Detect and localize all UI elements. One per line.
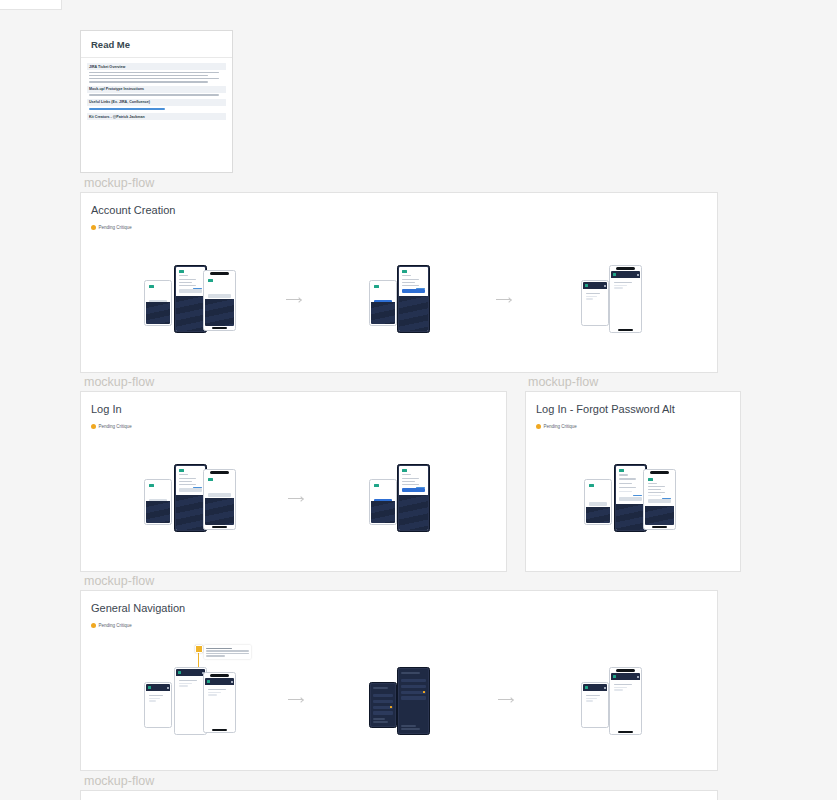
badge-label: Pending Critique (99, 623, 132, 628)
frame-general-navigation[interactable]: General Navigation Pending Critique (80, 590, 718, 771)
phone-mockup[interactable] (609, 265, 642, 333)
phone-screen (146, 282, 170, 324)
phone-statusbar (210, 471, 229, 474)
design-canvas: Read Me JIRA Ticket OverviewMock-up/ Pro… (0, 0, 837, 800)
phone-mockup[interactable] (584, 479, 612, 525)
mockup-step (144, 464, 236, 534)
flow-arrow-icon (288, 699, 303, 700)
phone-mockup[interactable] (581, 280, 609, 326)
phone-mockup[interactable] (369, 280, 397, 326)
phone-mockup[interactable] (144, 682, 172, 728)
phone-mockup[interactable] (609, 667, 642, 735)
mockup-step (369, 265, 461, 335)
phone-mockup[interactable] (369, 479, 397, 525)
phone-homebar (652, 526, 667, 528)
phone-screen (371, 282, 395, 324)
mockup-step (369, 667, 461, 737)
status-badge: Pending Critique (91, 225, 717, 230)
phone-mockup[interactable] (203, 469, 236, 530)
mockup-step (144, 667, 236, 737)
phone-mockup[interactable] (397, 464, 430, 532)
flow-arrow-icon (498, 699, 513, 700)
phone-statusbar (616, 267, 635, 270)
comment-pin-icon[interactable] (195, 645, 203, 653)
readme-section-heading: Mock-up/ Prototype Instructions (87, 86, 226, 93)
badge-label: Pending Critique (99, 225, 132, 230)
phone-screen (371, 684, 395, 726)
phone-mockup[interactable] (397, 265, 430, 333)
phone-screen (176, 267, 205, 331)
comment-text-line (206, 650, 249, 651)
partial-frame-top[interactable] (0, 0, 62, 10)
comment-author-line (206, 648, 232, 649)
phone-screen (583, 684, 607, 726)
mockup-step (369, 464, 461, 534)
phone-mockup[interactable] (203, 270, 236, 331)
status-badge: Pending Critique (91, 623, 717, 628)
phone-mockup[interactable] (144, 479, 172, 525)
phone-screen (205, 475, 234, 525)
phone-statusbar (616, 669, 635, 672)
readme-section-heading: Kit Creators - @Patrick Jackman (87, 113, 226, 120)
phone-statusbar (210, 272, 229, 275)
phone-screen (645, 475, 674, 525)
phone-mockup[interactable] (203, 672, 236, 733)
comment-tooltip[interactable] (204, 645, 251, 659)
readme-paragraph (89, 78, 224, 83)
badge-dot-icon (91, 623, 96, 628)
phone-homebar (212, 729, 227, 731)
phone-screen (399, 267, 428, 331)
badge-dot-icon (91, 225, 96, 230)
frame-title: Log In (91, 403, 506, 415)
frame-name-label[interactable]: mockup-flow (84, 774, 154, 788)
frame-title: General Navigation (91, 602, 717, 614)
comment-text-line (206, 655, 225, 656)
phone-mockup[interactable] (643, 469, 676, 530)
phone-screen (583, 282, 607, 324)
readme-section-heading: JIRA Ticket Overview (87, 63, 226, 70)
readme-paragraph (89, 72, 224, 77)
phone-mockup[interactable] (581, 682, 609, 728)
phone-screen (399, 669, 428, 733)
phone-screen (176, 466, 205, 530)
phone-screen (616, 466, 645, 530)
frame-title: Log In - Forgot Password Alt (536, 403, 740, 415)
badge-label: Pending Critique (544, 424, 577, 429)
phone-mockup[interactable] (369, 682, 397, 728)
phone-homebar (212, 526, 227, 528)
frame-name-label[interactable]: mockup-flow (84, 574, 154, 588)
phone-homebar (618, 329, 633, 331)
badge-dot-icon (91, 424, 96, 429)
mockup-step (581, 667, 673, 737)
phone-screen (399, 466, 428, 530)
phone-screen (146, 684, 170, 726)
flow-arrow-icon (288, 498, 303, 499)
phone-screen (205, 678, 234, 728)
readme-divider (81, 57, 232, 58)
phone-screen (611, 271, 640, 328)
phone-mockup[interactable] (397, 667, 430, 735)
phone-homebar (618, 731, 633, 733)
readme-title: Read Me (91, 39, 222, 50)
phone-screen (586, 481, 610, 523)
frame-name-label[interactable]: mockup-flow (84, 375, 154, 389)
phone-screen (176, 669, 205, 733)
mockup-step (584, 464, 676, 534)
comment-text-line (206, 653, 249, 654)
frame-title: Account Creation (91, 204, 717, 216)
phone-homebar (212, 327, 227, 329)
phone-screen (146, 481, 170, 523)
phone-statusbar (650, 471, 669, 474)
status-badge: Pending Critique (91, 424, 506, 429)
frame-account-creation[interactable]: Account Creation Pending Critique (80, 192, 718, 373)
mockup-step (581, 265, 673, 335)
flow-arrow-icon (496, 299, 511, 300)
phone-screen (205, 276, 234, 326)
status-badge: Pending Critique (536, 424, 740, 429)
badge-dot-icon (536, 424, 541, 429)
frame-name-label[interactable]: mockup-flow (528, 375, 598, 389)
phone-screen (371, 481, 395, 523)
phone-screen (611, 673, 640, 730)
badge-label: Pending Critique (99, 424, 132, 429)
flow-arrow-icon (286, 299, 301, 300)
mockup-step (144, 265, 236, 335)
frame-forgot-password-alt[interactable]: Log In - Forgot Password Alt Pending Cri… (525, 391, 741, 572)
frame-log-in[interactable]: Log In Pending Critique (80, 391, 507, 572)
readme-link[interactable] (89, 108, 165, 110)
phone-statusbar (210, 674, 229, 677)
phone-mockup[interactable] (144, 280, 172, 326)
readme-content: JIRA Ticket OverviewMock-up/ Prototype I… (87, 63, 226, 120)
frame-name-label[interactable]: mockup-flow (84, 176, 154, 190)
readme-card[interactable]: Read Me JIRA Ticket OverviewMock-up/ Pro… (80, 30, 233, 173)
frame-partial-bottom[interactable] (80, 790, 718, 800)
readme-section-heading: Useful Links (Ex. JIRA, Confluence) (87, 99, 226, 106)
readme-paragraph (89, 94, 224, 96)
